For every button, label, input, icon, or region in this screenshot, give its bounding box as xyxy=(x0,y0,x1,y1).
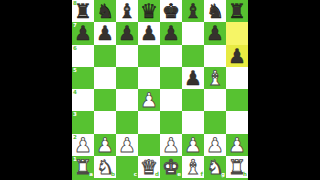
square-h4[interactable] xyxy=(226,89,248,111)
white-pawn-b2[interactable]: ♟ xyxy=(94,134,116,156)
square-h1[interactable]: h♜ xyxy=(226,156,248,178)
square-a2[interactable]: 2♟ xyxy=(72,134,94,156)
square-e1[interactable]: e♚ xyxy=(160,156,182,178)
square-b8[interactable]: ♞ xyxy=(94,0,116,22)
square-c2[interactable]: ♟ xyxy=(116,134,138,156)
square-g1[interactable]: g♞ xyxy=(204,156,226,178)
square-b7[interactable]: ♟ xyxy=(94,22,116,44)
square-h8[interactable]: ♜ xyxy=(226,0,248,22)
black-bishop-f8[interactable]: ♝ xyxy=(182,0,204,22)
chess-board: 8♜♞♝♛♚♝♞♜7♟♟♟♟♟♟6♟5♟♝4♟32♟♟♟♟♟♟♟1a♜b♞cd♛… xyxy=(72,0,248,180)
white-queen-d1[interactable]: ♛ xyxy=(138,156,160,178)
square-f6[interactable] xyxy=(182,45,204,67)
square-g8[interactable]: ♞ xyxy=(204,0,226,22)
letterbox-left xyxy=(0,0,72,180)
square-f8[interactable]: ♝ xyxy=(182,0,204,22)
square-h2[interactable]: ♟ xyxy=(226,134,248,156)
square-e2[interactable]: ♟ xyxy=(160,134,182,156)
square-f3[interactable] xyxy=(182,111,204,133)
black-queen-d8[interactable]: ♛ xyxy=(138,0,160,22)
square-f1[interactable]: f♝ xyxy=(182,156,204,178)
white-rook-h1[interactable]: ♜ xyxy=(226,156,248,178)
square-b5[interactable] xyxy=(94,67,116,89)
black-rook-h8[interactable]: ♜ xyxy=(226,0,248,22)
rank-label-6: 6 xyxy=(73,46,77,52)
black-king-e8[interactable]: ♚ xyxy=(160,0,182,22)
square-e8[interactable]: ♚ xyxy=(160,0,182,22)
square-c4[interactable] xyxy=(116,89,138,111)
square-b4[interactable] xyxy=(94,89,116,111)
white-bishop-g5[interactable]: ♝ xyxy=(204,67,226,89)
square-g3[interactable] xyxy=(204,111,226,133)
square-d8[interactable]: ♛ xyxy=(138,0,160,22)
square-e3[interactable] xyxy=(160,111,182,133)
square-f4[interactable] xyxy=(182,89,204,111)
white-rook-a1[interactable]: ♜ xyxy=(72,156,94,178)
black-bishop-c8[interactable]: ♝ xyxy=(116,0,138,22)
black-pawn-f5[interactable]: ♟ xyxy=(182,67,204,89)
square-h6[interactable]: ♟ xyxy=(226,45,248,67)
square-c1[interactable]: c xyxy=(116,156,138,178)
square-b6[interactable] xyxy=(94,45,116,67)
square-g6[interactable] xyxy=(204,45,226,67)
black-knight-b8[interactable]: ♞ xyxy=(94,0,116,22)
square-g2[interactable]: ♟ xyxy=(204,134,226,156)
square-a4[interactable]: 4 xyxy=(72,89,94,111)
black-pawn-c7[interactable]: ♟ xyxy=(116,22,138,44)
square-h3[interactable] xyxy=(226,111,248,133)
rank-label-3: 3 xyxy=(73,112,77,118)
rank-label-4: 4 xyxy=(73,90,77,96)
square-a3[interactable]: 3 xyxy=(72,111,94,133)
square-g7[interactable]: ♟ xyxy=(204,22,226,44)
black-pawn-d7[interactable]: ♟ xyxy=(138,22,160,44)
square-d3[interactable] xyxy=(138,111,160,133)
white-pawn-d4[interactable]: ♟ xyxy=(138,89,160,111)
black-pawn-h6[interactable]: ♟ xyxy=(226,45,248,67)
square-g5[interactable]: ♝ xyxy=(204,67,226,89)
square-a6[interactable]: 6 xyxy=(72,45,94,67)
square-e5[interactable] xyxy=(160,67,182,89)
white-knight-g1[interactable]: ♞ xyxy=(204,156,226,178)
white-pawn-c2[interactable]: ♟ xyxy=(116,134,138,156)
file-label-c: c xyxy=(134,172,137,178)
white-pawn-g2[interactable]: ♟ xyxy=(204,134,226,156)
square-c7[interactable]: ♟ xyxy=(116,22,138,44)
square-e7[interactable]: ♟ xyxy=(160,22,182,44)
square-d5[interactable] xyxy=(138,67,160,89)
black-knight-g8[interactable]: ♞ xyxy=(204,0,226,22)
square-b2[interactable]: ♟ xyxy=(94,134,116,156)
square-f7[interactable] xyxy=(182,22,204,44)
square-d6[interactable] xyxy=(138,45,160,67)
square-c8[interactable]: ♝ xyxy=(116,0,138,22)
square-e6[interactable] xyxy=(160,45,182,67)
white-king-e1[interactable]: ♚ xyxy=(160,156,182,178)
square-d4[interactable]: ♟ xyxy=(138,89,160,111)
square-e4[interactable] xyxy=(160,89,182,111)
square-c6[interactable] xyxy=(116,45,138,67)
white-pawn-e2[interactable]: ♟ xyxy=(160,134,182,156)
square-d1[interactable]: d♛ xyxy=(138,156,160,178)
black-pawn-b7[interactable]: ♟ xyxy=(94,22,116,44)
black-pawn-g7[interactable]: ♟ xyxy=(204,22,226,44)
white-bishop-f1[interactable]: ♝ xyxy=(182,156,204,178)
square-h5[interactable] xyxy=(226,67,248,89)
square-g4[interactable] xyxy=(204,89,226,111)
square-d7[interactable]: ♟ xyxy=(138,22,160,44)
black-pawn-e7[interactable]: ♟ xyxy=(160,22,182,44)
square-f5[interactable]: ♟ xyxy=(182,67,204,89)
square-c5[interactable] xyxy=(116,67,138,89)
square-h7[interactable] xyxy=(226,22,248,44)
square-f2[interactable]: ♟ xyxy=(182,134,204,156)
square-d2[interactable] xyxy=(138,134,160,156)
square-b1[interactable]: b♞ xyxy=(94,156,116,178)
square-a1[interactable]: 1a♜ xyxy=(72,156,94,178)
black-rook-a8[interactable]: ♜ xyxy=(72,0,94,22)
white-pawn-h2[interactable]: ♟ xyxy=(226,134,248,156)
white-pawn-f2[interactable]: ♟ xyxy=(182,134,204,156)
letterbox-right xyxy=(248,0,320,180)
square-a5[interactable]: 5 xyxy=(72,67,94,89)
white-pawn-a2[interactable]: ♟ xyxy=(72,134,94,156)
square-a8[interactable]: 8♜ xyxy=(72,0,94,22)
white-knight-b1[interactable]: ♞ xyxy=(94,156,116,178)
black-pawn-a7[interactable]: ♟ xyxy=(72,22,94,44)
rank-label-5: 5 xyxy=(73,68,77,74)
square-a7[interactable]: 7♟ xyxy=(72,22,94,44)
square-b3[interactable] xyxy=(94,111,116,133)
square-c3[interactable] xyxy=(116,111,138,133)
